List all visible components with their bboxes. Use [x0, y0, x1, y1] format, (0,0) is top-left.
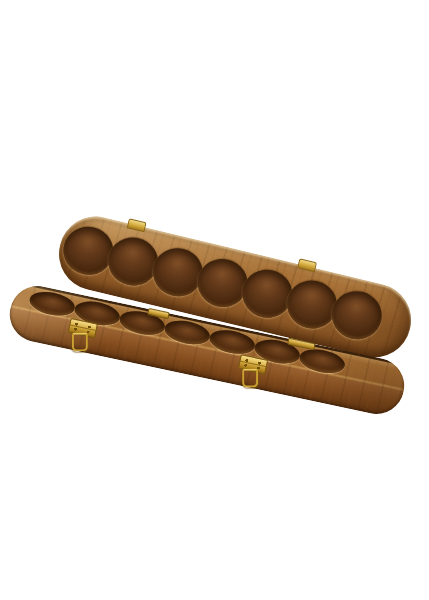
brass-catch-plate-right [297, 258, 317, 272]
pit-front-5[interactable] [207, 327, 257, 358]
pit-front-1[interactable] [27, 288, 77, 319]
back-half-pits [69, 209, 419, 293]
latch-hook-icon [72, 332, 88, 351]
brass-catch-plate-left [127, 218, 147, 232]
pit-front-4[interactable] [162, 317, 212, 348]
latch-hook-icon [242, 369, 258, 388]
pit-front-7[interactable] [297, 346, 347, 377]
pit-back-7[interactable] [327, 286, 387, 344]
product-photo-background [0, 0, 429, 600]
